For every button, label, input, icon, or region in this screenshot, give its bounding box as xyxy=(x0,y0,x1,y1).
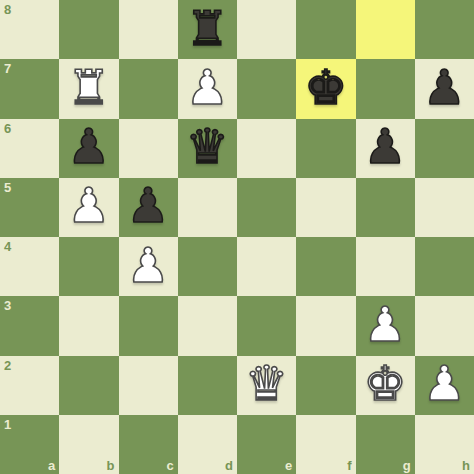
square-a8[interactable]: 8 xyxy=(0,0,59,59)
square-g3[interactable]: ♟ xyxy=(356,296,415,355)
square-d3[interactable] xyxy=(178,296,237,355)
rank-label-1: 1 xyxy=(4,418,11,431)
square-c8[interactable] xyxy=(119,0,178,59)
square-h4[interactable] xyxy=(415,237,474,296)
white-pawn-piece[interactable]: ♟ xyxy=(364,300,407,348)
square-c1[interactable]: c xyxy=(119,415,178,474)
square-b8[interactable] xyxy=(59,0,118,59)
rank-label-4: 4 xyxy=(4,240,11,253)
square-g7[interactable] xyxy=(356,59,415,118)
white-pawn-piece[interactable]: ♟ xyxy=(423,359,466,407)
file-label-a: a xyxy=(48,459,55,472)
square-f5[interactable] xyxy=(296,178,355,237)
square-b1[interactable]: b xyxy=(59,415,118,474)
square-f8[interactable] xyxy=(296,0,355,59)
square-e2[interactable]: ♛ xyxy=(237,356,296,415)
square-b7[interactable]: ♜ xyxy=(59,59,118,118)
rank-label-6: 6 xyxy=(4,122,11,135)
square-h1[interactable]: h xyxy=(415,415,474,474)
square-g2[interactable]: ♚ xyxy=(356,356,415,415)
square-a4[interactable]: 4 xyxy=(0,237,59,296)
file-label-e: e xyxy=(285,459,292,472)
square-b6[interactable]: ♟ xyxy=(59,119,118,178)
square-g5[interactable] xyxy=(356,178,415,237)
file-label-g: g xyxy=(403,459,411,472)
square-e3[interactable] xyxy=(237,296,296,355)
square-g4[interactable] xyxy=(356,237,415,296)
square-f6[interactable] xyxy=(296,119,355,178)
square-a3[interactable]: 3 xyxy=(0,296,59,355)
chess-board-container: 8♜7♜♟♚♟6♟♛♟5♟♟4♟3♟2♛♚♟1abcdefgh xyxy=(0,0,474,474)
square-d2[interactable] xyxy=(178,356,237,415)
white-king-piece[interactable]: ♚ xyxy=(364,359,407,407)
square-c7[interactable] xyxy=(119,59,178,118)
square-h6[interactable] xyxy=(415,119,474,178)
square-e8[interactable] xyxy=(237,0,296,59)
black-pawn-piece[interactable]: ♟ xyxy=(67,122,110,170)
square-c4[interactable]: ♟ xyxy=(119,237,178,296)
square-h5[interactable] xyxy=(415,178,474,237)
square-d6[interactable]: ♛ xyxy=(178,119,237,178)
black-pawn-piece[interactable]: ♟ xyxy=(127,181,170,229)
square-e5[interactable] xyxy=(237,178,296,237)
square-h8[interactable] xyxy=(415,0,474,59)
square-b4[interactable] xyxy=(59,237,118,296)
rank-label-7: 7 xyxy=(4,62,11,75)
square-d7[interactable]: ♟ xyxy=(178,59,237,118)
file-label-b: b xyxy=(107,459,115,472)
square-e4[interactable] xyxy=(237,237,296,296)
square-b2[interactable] xyxy=(59,356,118,415)
square-h7[interactable]: ♟ xyxy=(415,59,474,118)
rank-label-8: 8 xyxy=(4,3,11,16)
white-queen-piece[interactable]: ♛ xyxy=(245,359,288,407)
square-c2[interactable] xyxy=(119,356,178,415)
file-label-d: d xyxy=(225,459,233,472)
square-b5[interactable]: ♟ xyxy=(59,178,118,237)
file-label-c: c xyxy=(167,459,174,472)
square-a1[interactable]: 1a xyxy=(0,415,59,474)
square-e1[interactable]: e xyxy=(237,415,296,474)
black-pawn-piece[interactable]: ♟ xyxy=(423,63,466,111)
square-c5[interactable]: ♟ xyxy=(119,178,178,237)
rank-label-3: 3 xyxy=(4,299,11,312)
white-pawn-piece[interactable]: ♟ xyxy=(127,241,170,289)
black-queen-piece[interactable]: ♛ xyxy=(186,122,229,170)
square-e7[interactable] xyxy=(237,59,296,118)
square-f1[interactable]: f xyxy=(296,415,355,474)
file-label-f: f xyxy=(347,459,351,472)
square-a6[interactable]: 6 xyxy=(0,119,59,178)
square-a2[interactable]: 2 xyxy=(0,356,59,415)
black-rook-piece[interactable]: ♜ xyxy=(186,4,229,52)
square-h3[interactable] xyxy=(415,296,474,355)
rank-label-5: 5 xyxy=(4,181,11,194)
square-h2[interactable]: ♟ xyxy=(415,356,474,415)
square-f3[interactable] xyxy=(296,296,355,355)
square-c6[interactable] xyxy=(119,119,178,178)
chess-board: 8♜7♜♟♚♟6♟♛♟5♟♟4♟3♟2♛♚♟1abcdefgh xyxy=(0,0,474,474)
white-pawn-piece[interactable]: ♟ xyxy=(186,63,229,111)
square-d8[interactable]: ♜ xyxy=(178,0,237,59)
white-rook-piece[interactable]: ♜ xyxy=(67,63,110,111)
black-pawn-piece[interactable]: ♟ xyxy=(364,122,407,170)
square-d5[interactable] xyxy=(178,178,237,237)
white-pawn-piece[interactable]: ♟ xyxy=(67,181,110,229)
square-g1[interactable]: g xyxy=(356,415,415,474)
square-f2[interactable] xyxy=(296,356,355,415)
square-d4[interactable] xyxy=(178,237,237,296)
file-label-h: h xyxy=(462,459,470,472)
rank-label-2: 2 xyxy=(4,359,11,372)
black-king-piece[interactable]: ♚ xyxy=(304,63,347,111)
square-f4[interactable] xyxy=(296,237,355,296)
square-a5[interactable]: 5 xyxy=(0,178,59,237)
square-c3[interactable] xyxy=(119,296,178,355)
square-f7[interactable]: ♚ xyxy=(296,59,355,118)
square-b3[interactable] xyxy=(59,296,118,355)
square-g6[interactable]: ♟ xyxy=(356,119,415,178)
square-g8[interactable] xyxy=(356,0,415,59)
square-d1[interactable]: d xyxy=(178,415,237,474)
square-e6[interactable] xyxy=(237,119,296,178)
square-a7[interactable]: 7 xyxy=(0,59,59,118)
